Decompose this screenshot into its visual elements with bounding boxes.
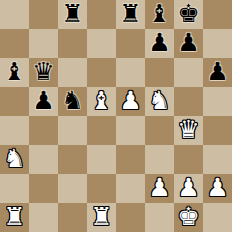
square-g2[interactable]: ♟ [174, 174, 203, 203]
square-g7[interactable]: ♟ [174, 29, 203, 58]
white-pawn-piece[interactable]: ♟ [148, 174, 170, 202]
black-pawn-piece[interactable]: ♟ [177, 29, 199, 57]
square-h4[interactable] [203, 116, 232, 145]
square-b1[interactable] [29, 203, 58, 232]
square-a2[interactable] [0, 174, 29, 203]
square-h2[interactable]: ♟ [203, 174, 232, 203]
square-c1[interactable] [58, 203, 87, 232]
square-h8[interactable] [203, 0, 232, 29]
square-c4[interactable] [58, 116, 87, 145]
square-a1[interactable]: ♜ [0, 203, 29, 232]
square-f8[interactable]: ♝ [145, 0, 174, 29]
square-h6[interactable]: ♟ [203, 58, 232, 87]
square-f1[interactable] [145, 203, 174, 232]
square-b4[interactable] [29, 116, 58, 145]
square-g3[interactable] [174, 145, 203, 174]
black-bishop-piece[interactable]: ♝ [148, 0, 170, 28]
white-knight-piece[interactable]: ♞ [3, 145, 25, 173]
black-rook-piece[interactable]: ♜ [119, 0, 141, 28]
square-e8[interactable]: ♜ [116, 0, 145, 29]
black-bishop-piece[interactable]: ♝ [3, 58, 25, 86]
square-f3[interactable] [145, 145, 174, 174]
square-b7[interactable] [29, 29, 58, 58]
black-knight-piece[interactable]: ♞ [61, 87, 83, 115]
square-d1[interactable]: ♜ [87, 203, 116, 232]
square-g6[interactable] [174, 58, 203, 87]
square-e7[interactable] [116, 29, 145, 58]
square-e3[interactable] [116, 145, 145, 174]
square-e6[interactable] [116, 58, 145, 87]
square-h5[interactable] [203, 87, 232, 116]
square-c6[interactable] [58, 58, 87, 87]
square-e1[interactable] [116, 203, 145, 232]
square-c5[interactable]: ♞ [58, 87, 87, 116]
white-pawn-piece[interactable]: ♟ [206, 174, 228, 202]
square-d6[interactable] [87, 58, 116, 87]
square-d2[interactable] [87, 174, 116, 203]
square-a4[interactable] [0, 116, 29, 145]
white-bishop-piece[interactable]: ♝ [90, 87, 112, 115]
square-b2[interactable] [29, 174, 58, 203]
square-f2[interactable]: ♟ [145, 174, 174, 203]
chess-board: ♜♜♝♚♟♟♝♛♟♟♞♝♟♞♛♞♟♟♟♜♜♚ [0, 0, 232, 232]
white-pawn-piece[interactable]: ♟ [119, 87, 141, 115]
square-c7[interactable] [58, 29, 87, 58]
square-d7[interactable] [87, 29, 116, 58]
square-b8[interactable] [29, 0, 58, 29]
square-c3[interactable] [58, 145, 87, 174]
square-e4[interactable] [116, 116, 145, 145]
square-e5[interactable]: ♟ [116, 87, 145, 116]
white-king-piece[interactable]: ♚ [177, 203, 199, 231]
square-h1[interactable] [203, 203, 232, 232]
white-pawn-piece[interactable]: ♟ [177, 174, 199, 202]
square-b6[interactable]: ♛ [29, 58, 58, 87]
square-a6[interactable]: ♝ [0, 58, 29, 87]
square-d5[interactable]: ♝ [87, 87, 116, 116]
white-knight-piece[interactable]: ♞ [148, 87, 170, 115]
square-g4[interactable]: ♛ [174, 116, 203, 145]
square-f7[interactable]: ♟ [145, 29, 174, 58]
square-d8[interactable] [87, 0, 116, 29]
square-d3[interactable] [87, 145, 116, 174]
square-h3[interactable] [203, 145, 232, 174]
square-g5[interactable] [174, 87, 203, 116]
square-a8[interactable] [0, 0, 29, 29]
white-rook-piece[interactable]: ♜ [3, 203, 25, 231]
black-pawn-piece[interactable]: ♟ [148, 29, 170, 57]
black-rook-piece[interactable]: ♜ [61, 0, 83, 28]
black-queen-piece[interactable]: ♛ [32, 58, 54, 86]
square-g1[interactable]: ♚ [174, 203, 203, 232]
chess-board-wrapper: ♜♜♝♚♟♟♝♛♟♟♞♝♟♞♛♞♟♟♟♜♜♚ [0, 0, 232, 232]
square-h7[interactable] [203, 29, 232, 58]
square-b3[interactable] [29, 145, 58, 174]
square-e2[interactable] [116, 174, 145, 203]
black-king-piece[interactable]: ♚ [177, 0, 199, 28]
square-d4[interactable] [87, 116, 116, 145]
white-queen-piece[interactable]: ♛ [177, 116, 199, 144]
white-rook-piece[interactable]: ♜ [90, 203, 112, 231]
black-pawn-piece[interactable]: ♟ [206, 58, 228, 86]
square-f5[interactable]: ♞ [145, 87, 174, 116]
square-b5[interactable]: ♟ [29, 87, 58, 116]
square-f6[interactable] [145, 58, 174, 87]
square-c8[interactable]: ♜ [58, 0, 87, 29]
square-f4[interactable] [145, 116, 174, 145]
square-a5[interactable] [0, 87, 29, 116]
square-a3[interactable]: ♞ [0, 145, 29, 174]
square-g8[interactable]: ♚ [174, 0, 203, 29]
square-c2[interactable] [58, 174, 87, 203]
black-pawn-piece[interactable]: ♟ [32, 87, 54, 115]
square-a7[interactable] [0, 29, 29, 58]
